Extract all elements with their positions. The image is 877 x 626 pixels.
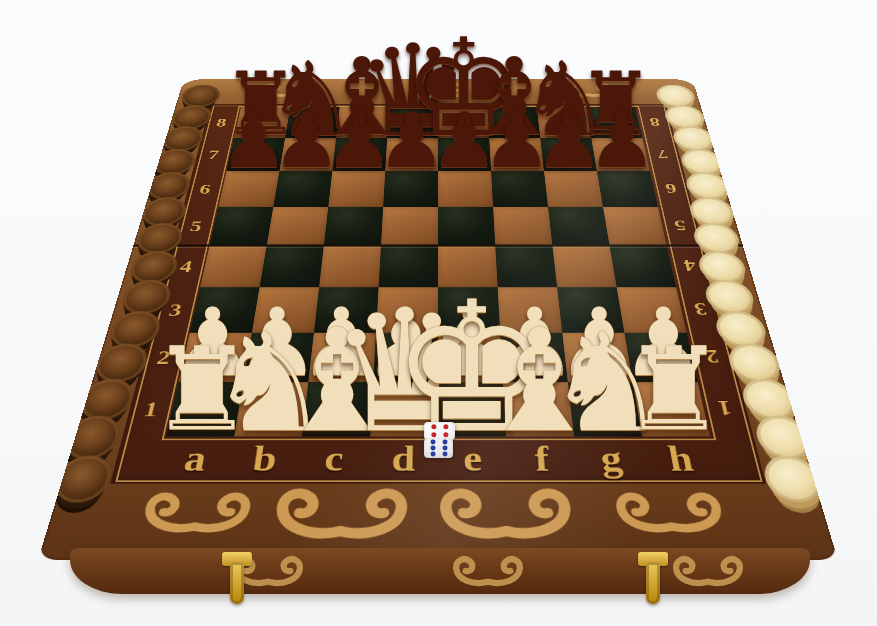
light-checker-5[interactable] bbox=[683, 172, 732, 199]
square-f5[interactable] bbox=[493, 207, 552, 246]
file-labels: abcdefgh bbox=[156, 436, 720, 480]
square-f4[interactable] bbox=[495, 246, 557, 288]
rank-label-right-6: 6 bbox=[650, 171, 693, 207]
brass-clasp-right bbox=[638, 552, 668, 566]
board-top-rim bbox=[176, 79, 700, 104]
square-b5[interactable] bbox=[267, 207, 329, 246]
square-g4[interactable] bbox=[552, 246, 616, 288]
square-c3[interactable] bbox=[314, 287, 379, 332]
square-b4[interactable] bbox=[260, 246, 324, 288]
square-h2[interactable] bbox=[624, 333, 697, 383]
square-b2[interactable] bbox=[243, 333, 314, 383]
square-a4[interactable] bbox=[200, 246, 267, 288]
square-g2[interactable] bbox=[562, 333, 633, 383]
file-label-d: d bbox=[368, 436, 438, 480]
square-f2[interactable] bbox=[500, 333, 568, 383]
file-label-h: h bbox=[642, 436, 720, 480]
square-g1[interactable] bbox=[568, 382, 642, 436]
dark-checker-4[interactable] bbox=[150, 149, 198, 175]
square-h1[interactable] bbox=[633, 382, 710, 436]
square-g8[interactable] bbox=[537, 107, 592, 138]
light-checker-14[interactable] bbox=[759, 455, 827, 502]
square-b8[interactable] bbox=[285, 107, 340, 138]
square-b6[interactable] bbox=[273, 171, 332, 207]
square-c6[interactable] bbox=[328, 171, 385, 207]
square-a6[interactable] bbox=[218, 171, 279, 207]
square-h5[interactable] bbox=[603, 207, 667, 246]
square-c1[interactable] bbox=[302, 382, 373, 436]
square-g5[interactable] bbox=[548, 207, 610, 246]
file-label-a: a bbox=[156, 436, 234, 480]
light-checker-4[interactable] bbox=[678, 149, 726, 175]
square-e4[interactable] bbox=[438, 246, 498, 288]
light-checker-13[interactable] bbox=[752, 416, 817, 460]
square-g3[interactable] bbox=[557, 287, 624, 332]
square-e1[interactable] bbox=[438, 382, 506, 436]
scroll-inlay-4 bbox=[133, 489, 259, 540]
file-label-b: b bbox=[227, 436, 302, 480]
square-e6[interactable] bbox=[438, 171, 493, 207]
square-f3[interactable] bbox=[498, 287, 563, 332]
square-e3[interactable] bbox=[438, 287, 500, 332]
dark-checker-14[interactable] bbox=[49, 455, 117, 502]
chess-grid bbox=[166, 107, 710, 436]
square-g7[interactable] bbox=[540, 138, 597, 171]
square-c4[interactable] bbox=[319, 246, 381, 288]
file-label-g: g bbox=[574, 436, 649, 480]
square-c8[interactable] bbox=[336, 107, 389, 138]
square-b3[interactable] bbox=[252, 287, 319, 332]
square-f1[interactable] bbox=[503, 382, 574, 436]
dark-checker-13[interactable] bbox=[59, 416, 124, 460]
file-label-f: f bbox=[506, 436, 579, 480]
square-e5[interactable] bbox=[438, 207, 495, 246]
apron-scroll-3 bbox=[660, 554, 756, 592]
square-d5[interactable] bbox=[381, 207, 438, 246]
square-d6[interactable] bbox=[383, 171, 438, 207]
square-a2[interactable] bbox=[178, 333, 251, 383]
square-a7[interactable] bbox=[226, 138, 285, 171]
hinge-seam bbox=[133, 244, 743, 246]
square-f7[interactable] bbox=[489, 138, 544, 171]
square-d7[interactable] bbox=[385, 138, 438, 171]
square-f8[interactable] bbox=[487, 107, 540, 138]
square-d8[interactable] bbox=[387, 107, 438, 138]
square-b7[interactable] bbox=[279, 138, 336, 171]
chess-set-photo: 87654321 87654321 abcdefgh ♜♞♝♛♚♝♞♜♟♟♟♟♟… bbox=[0, 0, 877, 626]
square-f6[interactable] bbox=[491, 171, 548, 207]
square-a8[interactable] bbox=[234, 107, 290, 138]
scroll-inlay-6 bbox=[433, 485, 581, 545]
square-d4[interactable] bbox=[379, 246, 439, 288]
square-h4[interactable] bbox=[610, 246, 677, 288]
square-d1[interactable] bbox=[370, 382, 438, 436]
square-h7[interactable] bbox=[591, 138, 650, 171]
square-a1[interactable] bbox=[166, 382, 243, 436]
square-e7[interactable] bbox=[438, 138, 491, 171]
square-b1[interactable] bbox=[234, 382, 308, 436]
scroll-inlay-7 bbox=[608, 489, 733, 540]
front-apron bbox=[70, 548, 810, 594]
square-h8[interactable] bbox=[586, 107, 642, 138]
apron-scroll-2 bbox=[440, 554, 536, 592]
square-g6[interactable] bbox=[544, 171, 603, 207]
brass-clasp-left bbox=[222, 552, 252, 566]
square-c2[interactable] bbox=[308, 333, 376, 383]
file-label-e: e bbox=[438, 436, 508, 480]
square-e8[interactable] bbox=[438, 107, 489, 138]
board: 87654321 87654321 abcdefgh bbox=[38, 79, 838, 560]
square-a3[interactable] bbox=[190, 287, 260, 332]
square-a5[interactable] bbox=[210, 207, 274, 246]
file-label-c: c bbox=[297, 436, 370, 480]
square-c7[interactable] bbox=[332, 138, 387, 171]
square-d2[interactable] bbox=[373, 333, 438, 383]
square-e2[interactable] bbox=[438, 333, 503, 383]
square-c5[interactable] bbox=[324, 207, 383, 246]
square-h6[interactable] bbox=[597, 171, 658, 207]
scroll-inlay-5 bbox=[265, 485, 415, 545]
square-d3[interactable] bbox=[376, 287, 438, 332]
square-h3[interactable] bbox=[617, 287, 687, 332]
